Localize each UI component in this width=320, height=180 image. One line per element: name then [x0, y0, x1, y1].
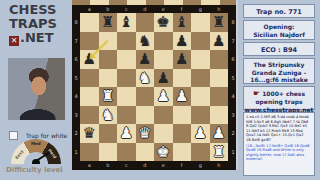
board-squares: ♜♝♚♝♜♞♟♟♟♟♟♞♟♜♟♟♞♛♟♛♟♟♚♜	[80, 13, 228, 161]
square-a7[interactable]	[80, 32, 99, 51]
square-g6[interactable]	[191, 50, 210, 69]
square-e6[interactable]	[154, 50, 173, 69]
square-b2[interactable]	[99, 124, 118, 143]
white-queen-d2[interactable]: ♛	[138, 124, 151, 142]
square-h3[interactable]	[210, 106, 229, 125]
square-a2[interactable]: ♛	[80, 124, 99, 143]
white-pawn-f4[interactable]: ♟	[175, 87, 188, 105]
pointing-hand-icon: ☛	[253, 89, 260, 98]
black-pawn-d6[interactable]: ♟	[138, 50, 151, 68]
square-h5[interactable]	[210, 69, 229, 88]
square-d1[interactable]	[136, 143, 155, 162]
square-f6[interactable]: ♟	[173, 50, 192, 69]
square-f5[interactable]	[173, 69, 192, 88]
square-g8[interactable]	[191, 13, 210, 32]
square-f4[interactable]: ♟	[173, 87, 192, 106]
rank-label-8: 8	[72, 13, 80, 32]
square-f1[interactable]	[173, 143, 192, 162]
rank-label-3: 3	[72, 106, 80, 125]
square-e7[interactable]	[154, 32, 173, 51]
black-rook-h8[interactable]: ♜	[212, 13, 225, 31]
square-e2[interactable]	[154, 124, 173, 143]
square-b7[interactable]	[99, 32, 118, 51]
info-panel: Trap no. 771 Opening: Sicilian Najdorf E…	[238, 0, 320, 180]
trap-for-white-label: Trap for white	[26, 132, 67, 139]
square-e8[interactable]: ♚	[154, 13, 173, 32]
file-labels-bottom: abcdefgh	[80, 161, 228, 170]
file-label-g: g	[191, 5, 210, 13]
file-label-g: g	[191, 161, 210, 170]
rank-label-6: 6	[72, 50, 80, 69]
black-bishop-f8[interactable]: ♝	[175, 13, 188, 31]
square-e1[interactable]: ♚	[154, 143, 173, 162]
square-g4[interactable]	[191, 87, 210, 106]
game-title-line1: The Stripunsky	[244, 61, 314, 69]
black-queen-a2[interactable]: ♛	[83, 124, 96, 142]
white-knight-b3[interactable]: ♞	[101, 106, 114, 124]
rank-labels-left: 87654321	[72, 13, 80, 161]
opening-name: Sicilian Najdorf	[244, 31, 314, 39]
square-e5[interactable]: ♟	[154, 69, 173, 88]
logo-net-label: .NET	[20, 30, 54, 45]
difficulty-gauge: Easy Med Hard	[11, 139, 61, 164]
square-h2[interactable]: ♟	[210, 124, 229, 143]
file-label-f: f	[173, 161, 192, 170]
moves-variation: (16...Nxf6! 17.Nxf6+ Qxf6 18.Qxd6 Qxd6 1…	[246, 144, 312, 162]
site-logo: CHESS TRAPS ✕.NET	[9, 3, 72, 46]
square-h1[interactable]: ♜	[210, 143, 229, 162]
square-b3[interactable]: ♞	[99, 106, 118, 125]
square-d6[interactable]: ♟	[136, 50, 155, 69]
difficulty-needle-hub	[32, 159, 40, 164]
square-g2[interactable]: ♟	[191, 124, 210, 143]
file-label-d: d	[136, 5, 155, 13]
black-rook-b8[interactable]: ♜	[101, 13, 114, 31]
game-title-box: The Stripunsky Granda Zuniga - 16...g:f6…	[243, 58, 315, 84]
black-king-e8[interactable]: ♚	[157, 13, 170, 31]
white-rook-h1[interactable]: ♜	[212, 143, 225, 161]
white-rook-b4[interactable]: ♜	[101, 87, 114, 105]
square-d3[interactable]	[136, 106, 155, 125]
game-title-line2: Granda Zuniga -	[244, 69, 314, 77]
square-h4[interactable]	[210, 87, 229, 106]
sidebar: CHESS TRAPS ✕.NET Trap for white Easy Me…	[0, 0, 72, 180]
square-d5[interactable]: ♞	[136, 69, 155, 88]
presenter-photo	[8, 58, 65, 120]
promo-line2: opening traps	[244, 98, 314, 106]
square-c1[interactable]	[117, 143, 136, 162]
black-pawn-f7[interactable]: ♟	[175, 32, 188, 50]
black-pawn-a6[interactable]: ♟	[83, 50, 96, 68]
square-a1[interactable]	[80, 143, 99, 162]
square-b8[interactable]: ♜	[99, 13, 118, 32]
rank-label-7: 7	[72, 32, 80, 51]
black-bishop-c8[interactable]: ♝	[120, 13, 133, 31]
square-f2[interactable]	[173, 124, 192, 143]
file-label-b: b	[99, 5, 118, 13]
square-d8[interactable]	[136, 13, 155, 32]
file-label-a: a	[80, 5, 99, 13]
logo-line-2: TRAPS	[9, 17, 72, 31]
eco-code: ECO : B94	[244, 46, 314, 54]
game-title-line3: 16...g:f6 mistake	[244, 76, 314, 84]
file-label-b: b	[99, 161, 118, 170]
square-a8[interactable]	[80, 13, 99, 32]
opening-box: Opening: Sicilian Najdorf	[243, 20, 315, 40]
square-f7[interactable]: ♟	[173, 32, 192, 51]
square-f3[interactable]	[173, 106, 192, 125]
square-c5[interactable]	[117, 69, 136, 88]
moves-box: 1.e4 c5 2.Nf3 d6 3.d4 cxd4 4.Nxd4 Nf6 5.…	[243, 112, 315, 176]
black-pawn-h7[interactable]: ♟	[212, 32, 225, 50]
file-label-e: e	[154, 5, 173, 13]
black-pawn-f6[interactable]: ♟	[175, 50, 188, 68]
square-c4[interactable]	[117, 87, 136, 106]
square-f8[interactable]: ♝	[173, 13, 192, 32]
file-labels-top: abcdefgh	[80, 5, 228, 13]
file-label-c: c	[117, 5, 136, 13]
white-pawn-c2[interactable]: ♟	[120, 124, 133, 142]
square-b6[interactable]	[99, 50, 118, 69]
file-label-c: c	[117, 161, 136, 170]
rank-label-4: 4	[72, 87, 80, 106]
difficulty-caption: Difficulty level	[6, 166, 63, 174]
square-h7[interactable]: ♟	[210, 32, 229, 51]
square-e4[interactable]: ♟	[154, 87, 173, 106]
black-knight-d7[interactable]: ♞	[138, 32, 151, 50]
square-b1[interactable]	[99, 143, 118, 162]
square-g7[interactable]	[191, 32, 210, 51]
square-a5[interactable]	[80, 69, 99, 88]
black-pawn-e5[interactable]: ♟	[157, 69, 170, 87]
square-c7[interactable]	[117, 32, 136, 51]
white-king-e1[interactable]: ♚	[157, 143, 170, 161]
square-d7[interactable]: ♞	[136, 32, 155, 51]
file-label-h: h	[210, 5, 229, 13]
rank-label-2: 2	[72, 124, 80, 143]
square-g1[interactable]	[191, 143, 210, 162]
square-h6[interactable]	[210, 50, 229, 69]
logo-line-3: ✕.NET	[9, 31, 72, 46]
white-pawn-g2[interactable]: ♟	[194, 124, 207, 142]
square-d2[interactable]: ♛	[136, 124, 155, 143]
square-g3[interactable]	[191, 106, 210, 125]
logo-line-1: CHESS	[9, 3, 72, 17]
square-c8[interactable]: ♝	[117, 13, 136, 32]
trap-number: Trap no. 771	[244, 8, 314, 16]
square-a6[interactable]: ♟	[80, 50, 99, 69]
difficulty-med-label: Med	[31, 141, 41, 146]
file-label-a: a	[80, 161, 99, 170]
square-c6[interactable]	[117, 50, 136, 69]
white-knight-d5[interactable]: ♞	[138, 69, 151, 87]
trap-number-box: Trap no. 771	[243, 4, 315, 18]
square-b5[interactable]	[99, 69, 118, 88]
eco-box: ECO : B94	[243, 42, 315, 56]
file-label-d: d	[136, 161, 155, 170]
rank-label-1: 1	[72, 143, 80, 162]
square-c3[interactable]	[117, 106, 136, 125]
trap-for-white-row: Trap for white	[9, 125, 67, 134]
rank-label-5: 5	[72, 69, 80, 88]
square-e3[interactable]	[154, 106, 173, 125]
square-g5[interactable]	[191, 69, 210, 88]
logo-x-icon: ✕	[9, 36, 19, 46]
file-label-h: h	[210, 161, 229, 170]
opening-label: Opening:	[244, 23, 314, 31]
white-pawn-e4[interactable]: ♟	[157, 87, 170, 105]
square-a4[interactable]	[80, 87, 99, 106]
chess-board: abcdefgh 87654321 87654321 ♜♝♚♝♜♞♟♟♟♟♟♞♟…	[72, 0, 238, 170]
square-b4[interactable]: ♜	[99, 87, 118, 106]
white-pawn-h2[interactable]: ♟	[212, 124, 225, 142]
promo-box: ☛ 1000+ chess opening traps www.chesstra…	[243, 86, 315, 110]
moves-main-line: 1.e4 c5 2.Nf3 d6 3.d4 cxd4 4.Nxd4 Nf6 5.…	[246, 115, 312, 143]
square-d4[interactable]	[136, 87, 155, 106]
square-a3[interactable]	[80, 106, 99, 125]
square-h8[interactable]: ♜	[210, 13, 229, 32]
promo-line1: 1000+ chess	[262, 90, 305, 98]
file-label-e: e	[154, 161, 173, 170]
file-label-f: f	[173, 5, 192, 13]
square-c2[interactable]: ♟	[117, 124, 136, 143]
